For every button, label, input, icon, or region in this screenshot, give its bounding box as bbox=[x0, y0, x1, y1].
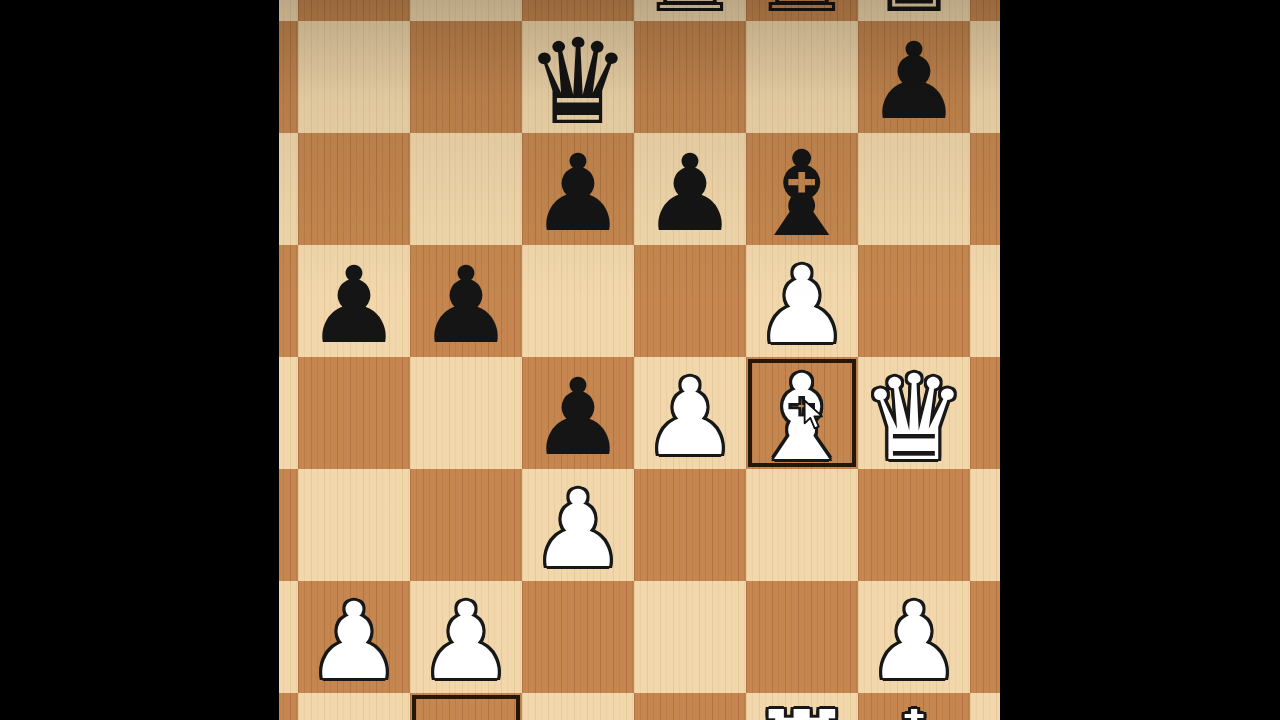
square-b7[interactable] bbox=[298, 21, 410, 133]
square-d4[interactable]: ♟ bbox=[522, 357, 634, 469]
black-pawn[interactable]: ♟ bbox=[858, 26, 970, 138]
video-frame: ♜♜♚♛♟♟♟♝♟♟♟♟♟♝♛♟♟♟♟♜♚ bbox=[0, 0, 1280, 720]
square-c4[interactable] bbox=[410, 357, 522, 469]
white-pawn[interactable]: ♟ bbox=[858, 586, 970, 698]
square-h6[interactable] bbox=[970, 133, 1000, 245]
square-b2[interactable]: ♟ bbox=[298, 581, 410, 693]
board-viewport: ♜♜♚♛♟♟♟♝♟♟♟♟♟♝♛♟♟♟♟♜♚ bbox=[279, 0, 1000, 720]
square-e4[interactable]: ♟ bbox=[634, 357, 746, 469]
black-pawn[interactable]: ♟ bbox=[634, 138, 746, 250]
square-b6[interactable] bbox=[298, 133, 410, 245]
white-bishop[interactable]: ♝ bbox=[746, 362, 858, 474]
square-b1[interactable] bbox=[298, 693, 410, 720]
square-c5[interactable]: ♟ bbox=[410, 245, 522, 357]
white-rook[interactable]: ♜ bbox=[746, 698, 858, 720]
square-b8[interactable] bbox=[298, 0, 410, 21]
square-e3[interactable] bbox=[634, 469, 746, 581]
square-b3[interactable] bbox=[298, 469, 410, 581]
white-queen[interactable]: ♛ bbox=[858, 362, 970, 474]
chess-board[interactable]: ♜♜♚♛♟♟♟♝♟♟♟♟♟♝♛♟♟♟♟♜♚ bbox=[279, 0, 1000, 720]
square-g2[interactable]: ♟ bbox=[858, 581, 970, 693]
white-pawn[interactable]: ♟ bbox=[298, 586, 410, 698]
square-a8[interactable] bbox=[279, 0, 298, 21]
square-e7[interactable] bbox=[634, 21, 746, 133]
square-e6[interactable]: ♟ bbox=[634, 133, 746, 245]
square-h4[interactable] bbox=[970, 357, 1000, 469]
square-f5[interactable]: ♟ bbox=[746, 245, 858, 357]
square-g1[interactable]: ♚ bbox=[858, 693, 970, 720]
square-d7[interactable]: ♛ bbox=[522, 21, 634, 133]
square-f8[interactable]: ♜ bbox=[746, 0, 858, 21]
square-d5[interactable] bbox=[522, 245, 634, 357]
white-pawn[interactable]: ♟ bbox=[634, 362, 746, 474]
square-c8[interactable] bbox=[410, 0, 522, 21]
square-h8[interactable] bbox=[970, 0, 1000, 21]
square-g3[interactable] bbox=[858, 469, 970, 581]
square-g8[interactable]: ♚ bbox=[858, 0, 970, 21]
square-h2[interactable] bbox=[970, 581, 1000, 693]
square-f4[interactable]: ♝ bbox=[746, 357, 858, 469]
square-h7[interactable] bbox=[970, 21, 1000, 133]
square-e8[interactable]: ♜ bbox=[634, 0, 746, 21]
black-bishop[interactable]: ♝ bbox=[746, 138, 858, 250]
square-h3[interactable] bbox=[970, 469, 1000, 581]
square-a1[interactable] bbox=[279, 693, 298, 720]
square-h1[interactable] bbox=[970, 693, 1000, 720]
black-pawn[interactable]: ♟ bbox=[410, 250, 522, 362]
black-pawn[interactable]: ♟ bbox=[522, 138, 634, 250]
black-pawn[interactable]: ♟ bbox=[298, 250, 410, 362]
square-e5[interactable] bbox=[634, 245, 746, 357]
black-queen[interactable]: ♛ bbox=[522, 26, 634, 138]
square-f1[interactable]: ♜ bbox=[746, 693, 858, 720]
square-a7[interactable] bbox=[279, 21, 298, 133]
letterbox-left bbox=[0, 0, 279, 720]
square-a6[interactable] bbox=[279, 133, 298, 245]
white-king[interactable]: ♚ bbox=[858, 698, 970, 720]
square-e1[interactable] bbox=[634, 693, 746, 720]
square-g5[interactable] bbox=[858, 245, 970, 357]
square-b5[interactable]: ♟ bbox=[298, 245, 410, 357]
square-c6[interactable] bbox=[410, 133, 522, 245]
square-g4[interactable]: ♛ bbox=[858, 357, 970, 469]
square-f7[interactable] bbox=[746, 21, 858, 133]
square-a3[interactable] bbox=[279, 469, 298, 581]
square-c2[interactable]: ♟ bbox=[410, 581, 522, 693]
square-c7[interactable] bbox=[410, 21, 522, 133]
white-pawn[interactable]: ♟ bbox=[522, 474, 634, 586]
square-f2[interactable] bbox=[746, 581, 858, 693]
letterbox-right bbox=[1000, 0, 1280, 720]
square-g7[interactable]: ♟ bbox=[858, 21, 970, 133]
square-f3[interactable] bbox=[746, 469, 858, 581]
lastmove-from-highlight bbox=[412, 695, 520, 720]
square-h5[interactable] bbox=[970, 245, 1000, 357]
white-pawn[interactable]: ♟ bbox=[746, 250, 858, 362]
square-c3[interactable] bbox=[410, 469, 522, 581]
white-pawn[interactable]: ♟ bbox=[410, 586, 522, 698]
square-f6[interactable]: ♝ bbox=[746, 133, 858, 245]
square-c1[interactable] bbox=[410, 693, 522, 720]
square-g6[interactable] bbox=[858, 133, 970, 245]
square-d6[interactable]: ♟ bbox=[522, 133, 634, 245]
square-e2[interactable] bbox=[634, 581, 746, 693]
square-d1[interactable] bbox=[522, 693, 634, 720]
square-b4[interactable] bbox=[298, 357, 410, 469]
black-pawn[interactable]: ♟ bbox=[522, 362, 634, 474]
square-d3[interactable]: ♟ bbox=[522, 469, 634, 581]
square-a4[interactable] bbox=[279, 357, 298, 469]
square-d2[interactable] bbox=[522, 581, 634, 693]
square-a5[interactable] bbox=[279, 245, 298, 357]
square-a2[interactable] bbox=[279, 581, 298, 693]
